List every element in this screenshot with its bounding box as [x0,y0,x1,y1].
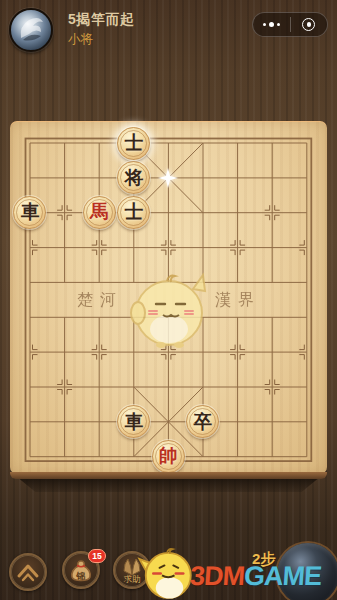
double-chevron-up-icon [11,555,45,589]
avatar-art-icon [11,10,51,50]
piece-black-車[interactable]: 車 [13,196,46,229]
piece-black-士[interactable]: 士 [117,196,150,229]
piece-black-士[interactable]: 士 [117,127,150,160]
close-button[interactable] [291,13,328,36]
piece-black-車[interactable]: 車 [117,405,150,438]
hint-count-badge: 15 [88,549,106,563]
more-button[interactable] [253,13,290,36]
rank-subtitle: 小将 [68,31,93,48]
ask-help-button[interactable]: 求助 [113,551,151,589]
more-dots-icon [263,23,266,26]
hint-bag-button[interactable]: 锦 15 [62,551,100,589]
xiangqi-board[interactable]: 楚河 漢界 士将車馬士車卒帥 [10,121,327,474]
miniprogram-capsule [252,12,328,37]
piece-grid: 士将車馬士車卒帥 [13,126,324,475]
piece-black-将[interactable]: 将 [117,161,150,194]
steps-remaining-label: 2步 [252,550,275,569]
piece-black-卒[interactable]: 卒 [186,405,219,438]
board-shadow [10,479,327,492]
more-dots-icon [277,23,280,26]
circle-dot-icon [302,18,315,31]
board-edge [10,472,327,479]
sparkle-marker [156,166,180,190]
help-label: 求助 [124,574,141,586]
xiangqi-app: 5揭竿而起 小将 [0,0,337,600]
player-avatar[interactable] [9,8,53,52]
more-dots-icon [269,22,274,27]
level-title: 5揭竿而起 [68,11,134,29]
collapse-menu-button[interactable] [9,553,47,591]
svg-text:锦: 锦 [76,571,86,581]
piece-red-馬[interactable]: 馬 [83,196,116,229]
watermark-3dm: 3DM [189,561,245,591]
piece-red-帥[interactable]: 帥 [152,440,185,473]
